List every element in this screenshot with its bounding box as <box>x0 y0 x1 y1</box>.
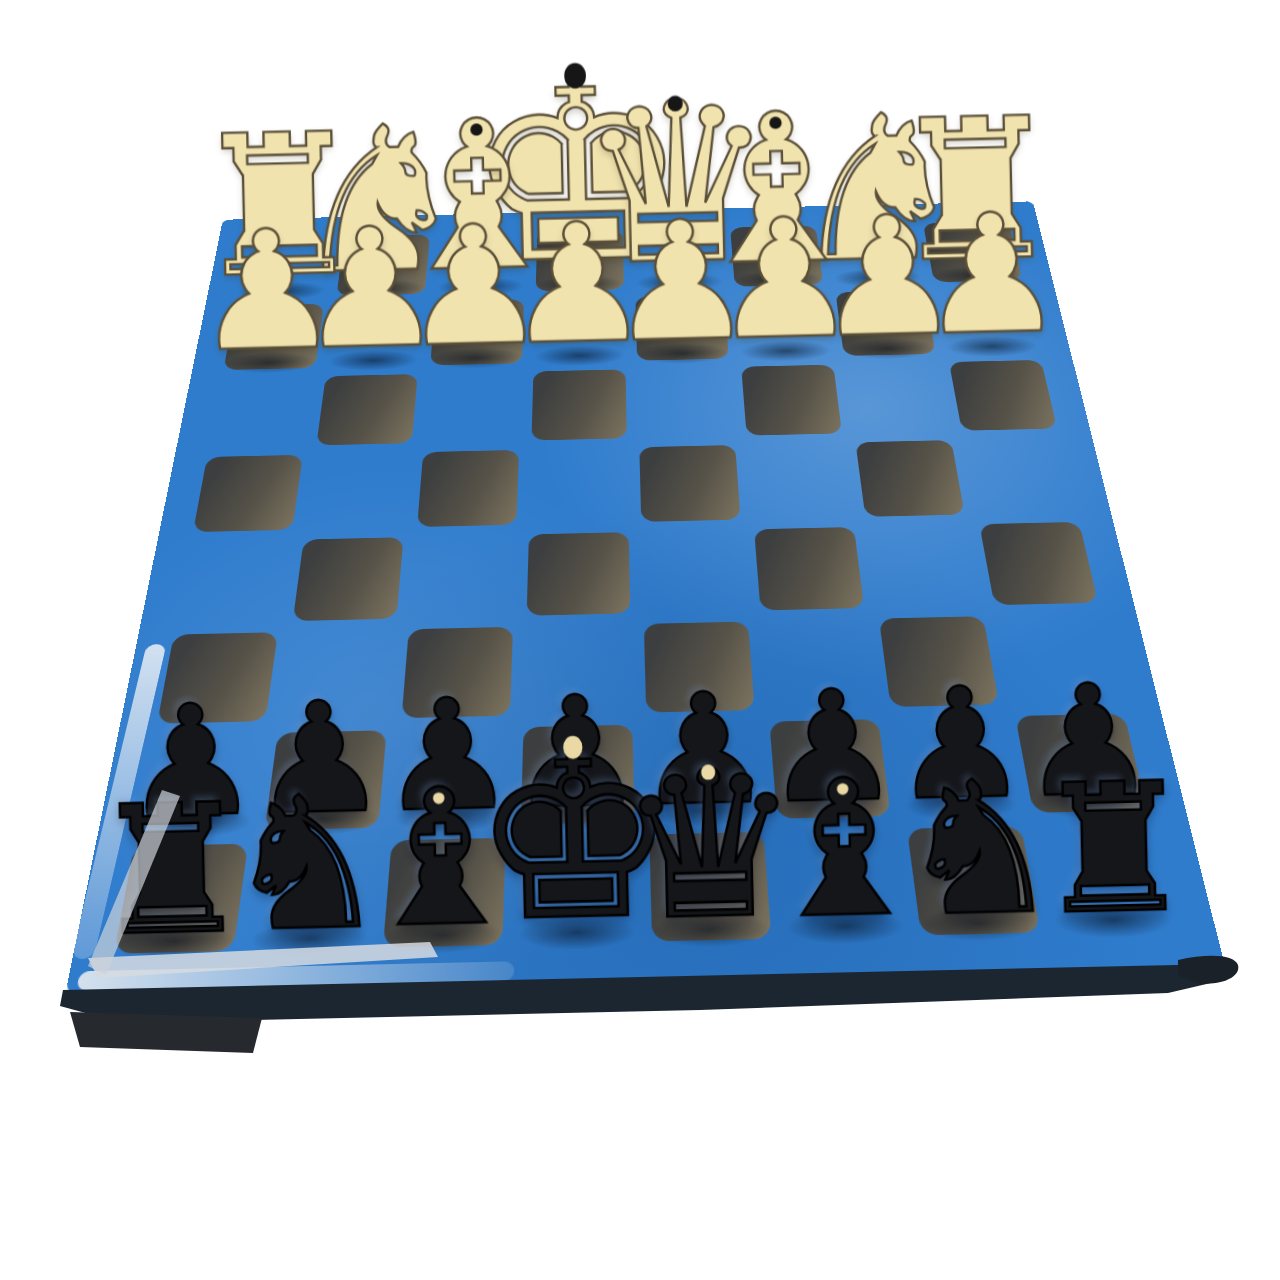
square-g3[interactable] <box>310 370 424 450</box>
square-h8[interactable]: ♜ <box>105 837 257 961</box>
square-a8[interactable]: ♜ <box>1027 817 1184 940</box>
black-finial <box>769 117 782 130</box>
square-d8[interactable]: ♛ <box>642 825 780 948</box>
square-d5[interactable] <box>635 524 754 618</box>
photo-scene: ♜♞♝♚♛♝♞♜♟♟♟♟♟♟♟♟♟♟♟♟♟♟♟♟♜♞♝♚♛♝♞♜ <box>0 0 1280 1280</box>
piece-black-queen[interactable]: ♛ <box>616 747 803 944</box>
square-b8[interactable]: ♞ <box>899 819 1050 942</box>
square-f5[interactable] <box>403 530 523 624</box>
board-foot <box>70 1012 262 1053</box>
piece-black-rook[interactable]: ♜ <box>90 784 253 957</box>
square-f4[interactable] <box>410 445 525 532</box>
square-b3[interactable] <box>839 358 957 438</box>
square-b4[interactable] <box>849 435 972 522</box>
board-3d-wrapper: ♜♞♝♚♛♝♞♜♟♟♟♟♟♟♟♟♟♟♟♟♟♟♟♟♜♞♝♚♛♝♞♜ <box>147 39 1122 1014</box>
square-d4[interactable] <box>633 440 747 527</box>
square-a4[interactable] <box>957 433 1085 519</box>
square-h4[interactable] <box>186 450 310 537</box>
square-c5[interactable] <box>747 522 871 616</box>
cream-finial <box>563 736 583 759</box>
square-c3[interactable] <box>735 360 849 440</box>
cream-finial <box>837 783 849 795</box>
cream-finial <box>433 792 445 804</box>
square-a5[interactable] <box>972 517 1106 611</box>
square-a3[interactable] <box>942 356 1064 436</box>
black-finial <box>470 123 483 136</box>
square-g8[interactable]: ♞ <box>240 834 385 958</box>
square-e3[interactable] <box>525 365 633 445</box>
worn-paint-streak <box>76 961 514 990</box>
cream-finial <box>701 764 716 780</box>
piece-white-pawn[interactable]: ♟ <box>916 196 1067 355</box>
square-d3[interactable] <box>631 363 741 443</box>
square-e5[interactable] <box>520 527 637 621</box>
square-g4[interactable] <box>298 448 417 535</box>
square-g5[interactable] <box>285 532 410 627</box>
piece-black-rook[interactable]: ♜ <box>1032 763 1195 936</box>
square-e4[interactable] <box>523 443 635 530</box>
chess-board: ♜♞♝♚♛♝♞♜♟♟♟♟♟♟♟♟♟♟♟♟♟♟♟♟♜♞♝♚♛♝♞♜ <box>65 201 1225 993</box>
square-a2[interactable]: ♟ <box>929 284 1046 358</box>
square-c4[interactable] <box>741 438 860 525</box>
square-h5[interactable] <box>168 535 298 630</box>
square-h3[interactable] <box>202 372 321 452</box>
square-b5[interactable] <box>860 519 989 613</box>
square-f3[interactable] <box>417 367 527 447</box>
